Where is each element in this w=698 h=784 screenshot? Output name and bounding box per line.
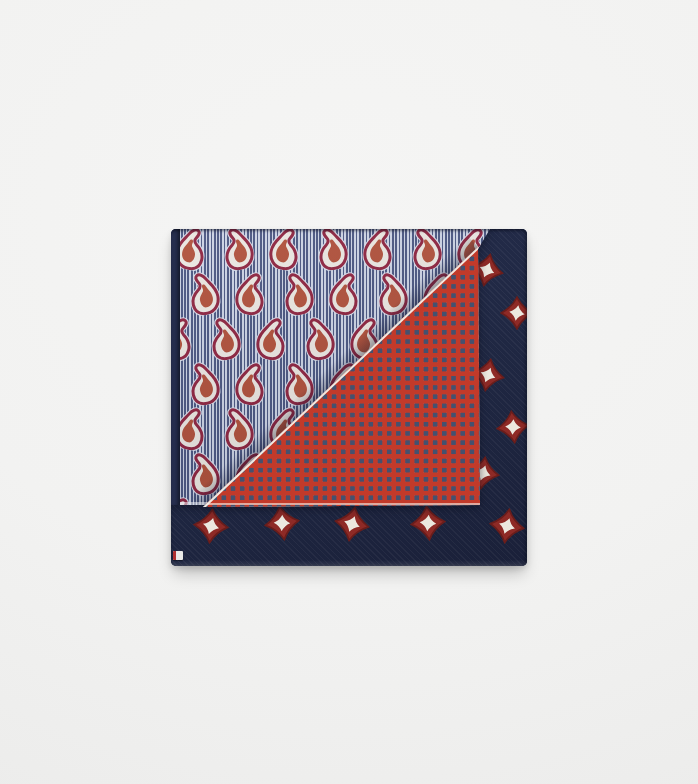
diamond-motif xyxy=(408,503,447,542)
care-label xyxy=(173,551,183,560)
diamond-motif xyxy=(331,503,373,545)
front-fold-layer xyxy=(171,229,493,509)
care-label-stripe xyxy=(173,551,176,560)
pocket-square xyxy=(171,229,527,566)
diamond-motif xyxy=(500,296,527,330)
diamond-motif xyxy=(487,506,527,547)
paisley-motif xyxy=(219,229,256,272)
checker-bottom-hem xyxy=(201,503,481,506)
left-hem-edge xyxy=(171,229,180,506)
diamond-motif xyxy=(494,408,527,445)
paisley-motif xyxy=(313,229,350,272)
product-photo-background xyxy=(0,0,698,784)
diamond-motif xyxy=(191,506,230,545)
